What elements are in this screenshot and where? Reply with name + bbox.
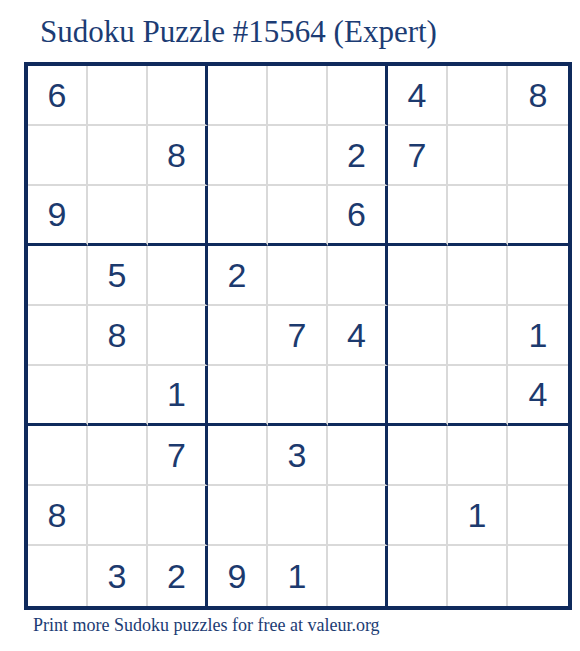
cell-r9c5-given-1: 1 [268,546,328,606]
cell-r3c6-given-6: 6 [328,186,388,246]
cell-r2c7-given-7: 7 [388,126,448,186]
cell-r8c2-empty [88,486,148,546]
cell-r4c8-empty [448,246,508,306]
cell-r5c1-empty [28,306,88,366]
cell-r5c9-given-1: 1 [508,306,568,366]
cell-r7c9-empty [508,426,568,486]
cell-r2c8-empty [448,126,508,186]
cell-r5c7-empty [388,306,448,366]
cell-r4c1-empty [28,246,88,306]
cell-r4c2-given-5: 5 [88,246,148,306]
cell-r5c5-given-7: 7 [268,306,328,366]
cell-r3c7-empty [388,186,448,246]
cell-r5c3-empty [148,306,208,366]
cell-r9c8-empty [448,546,508,606]
cell-r8c1-given-8: 8 [28,486,88,546]
cell-r5c4-empty [208,306,268,366]
cell-r6c8-empty [448,366,508,426]
cell-r3c2-empty [88,186,148,246]
footer-text: Print more Sudoku puzzles for free at va… [33,613,380,637]
cell-r1c9-given-8: 8 [508,66,568,126]
cell-r7c1-empty [28,426,88,486]
cell-r2c5-empty [268,126,328,186]
cell-r8c3-empty [148,486,208,546]
cell-r9c3-given-2: 2 [148,546,208,606]
cell-r5c8-empty [448,306,508,366]
cell-r4c4-given-2: 2 [208,246,268,306]
cell-r6c5-empty [268,366,328,426]
cell-r9c9-empty [508,546,568,606]
cell-r9c4-given-9: 9 [208,546,268,606]
cell-r1c5-empty [268,66,328,126]
cell-r2c6-given-2: 2 [328,126,388,186]
cell-r5c6-given-4: 4 [328,306,388,366]
cell-r9c7-empty [388,546,448,606]
cell-r6c2-empty [88,366,148,426]
sudoku-page: Sudoku Puzzle #15564 (Expert) 6488279652… [0,0,580,651]
cell-r6c1-empty [28,366,88,426]
cell-r7c2-empty [88,426,148,486]
cell-r5c2-given-8: 8 [88,306,148,366]
page-title: Sudoku Puzzle #15564 (Expert) [40,12,437,52]
cell-r4c7-empty [388,246,448,306]
cell-r4c5-empty [268,246,328,306]
cell-r7c8-empty [448,426,508,486]
cell-r6c7-empty [388,366,448,426]
cell-r8c9-empty [508,486,568,546]
cell-r3c1-given-9: 9 [28,186,88,246]
cell-r4c3-empty [148,246,208,306]
cell-r7c3-given-7: 7 [148,426,208,486]
cell-r2c1-empty [28,126,88,186]
cell-r2c2-empty [88,126,148,186]
cell-r7c7-empty [388,426,448,486]
cell-r9c1-empty [28,546,88,606]
cell-r1c6-empty [328,66,388,126]
cell-r2c4-empty [208,126,268,186]
cell-r6c3-given-1: 1 [148,366,208,426]
cell-r6c9-given-4: 4 [508,366,568,426]
cell-r3c5-empty [268,186,328,246]
cell-r7c4-empty [208,426,268,486]
cell-r1c2-empty [88,66,148,126]
cell-r1c7-given-4: 4 [388,66,448,126]
sudoku-board: 648827965287411473813291 [24,62,572,610]
cell-r1c8-empty [448,66,508,126]
cell-r8c6-empty [328,486,388,546]
cell-r8c5-empty [268,486,328,546]
cell-r7c6-empty [328,426,388,486]
cell-r9c6-empty [328,546,388,606]
cell-r1c4-empty [208,66,268,126]
cell-r7c5-given-3: 3 [268,426,328,486]
cell-r8c8-given-1: 1 [448,486,508,546]
cell-r8c7-empty [388,486,448,546]
cell-r8c4-empty [208,486,268,546]
cell-r3c9-empty [508,186,568,246]
cell-r4c6-empty [328,246,388,306]
cell-r2c3-given-8: 8 [148,126,208,186]
cell-r3c8-empty [448,186,508,246]
cell-r2c9-empty [508,126,568,186]
cell-r1c1-given-6: 6 [28,66,88,126]
cell-r4c9-empty [508,246,568,306]
cell-r3c3-empty [148,186,208,246]
cell-r6c6-empty [328,366,388,426]
cell-r9c2-given-3: 3 [88,546,148,606]
cell-r6c4-empty [208,366,268,426]
cell-r1c3-empty [148,66,208,126]
cell-r3c4-empty [208,186,268,246]
